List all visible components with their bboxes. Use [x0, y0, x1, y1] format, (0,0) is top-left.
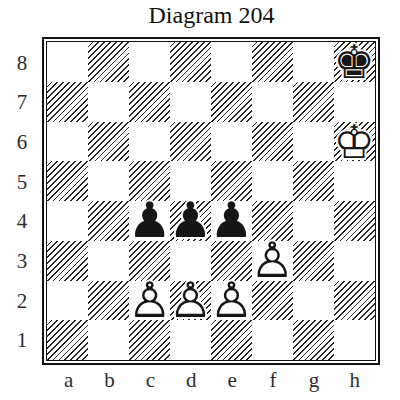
- piece-white-pawn: ♙: [129, 281, 170, 321]
- square-e6: [211, 122, 252, 162]
- rank-label-7: 7: [8, 83, 36, 123]
- square-d2: ♟♙: [170, 281, 211, 321]
- square-h3: [334, 241, 375, 281]
- file-label-d: d: [171, 367, 212, 393]
- square-f2: [252, 281, 293, 321]
- square-h5: [334, 161, 375, 201]
- file-label-c: c: [130, 367, 171, 393]
- square-e8: [211, 42, 252, 82]
- square-c6: [129, 122, 170, 162]
- square-c7: [129, 82, 170, 122]
- page-title: Diagram 204: [42, 2, 381, 29]
- square-h4: [334, 201, 375, 241]
- square-g4: [293, 201, 334, 241]
- square-a4: [47, 201, 88, 241]
- rank-label-6: 6: [8, 123, 36, 163]
- square-d1: [170, 320, 211, 360]
- square-b6: [88, 122, 129, 162]
- square-d4: ♟: [170, 201, 211, 241]
- board-frame: ♚♚♔♟♟♟♟♙♟♙♟♙♟♙: [42, 37, 380, 365]
- piece-black-king: ♚: [334, 42, 375, 82]
- square-e3: [211, 241, 252, 281]
- square-b1: [88, 320, 129, 360]
- square-b8: [88, 42, 129, 82]
- file-label-h: h: [334, 367, 375, 393]
- file-label-e: e: [212, 367, 253, 393]
- piece-white-pawn: ♙: [252, 241, 293, 281]
- square-c8: [129, 42, 170, 82]
- square-a1: [47, 320, 88, 360]
- rank-label-2: 2: [8, 281, 36, 321]
- square-f6: [252, 122, 293, 162]
- square-d6: [170, 122, 211, 162]
- square-c2: ♟♙: [129, 281, 170, 321]
- piece-white-king-fill: ♚: [334, 122, 375, 162]
- square-g1: [293, 320, 334, 360]
- square-e4: ♟: [211, 201, 252, 241]
- square-h1: [334, 320, 375, 360]
- file-label-a: a: [48, 367, 89, 393]
- square-b4: [88, 201, 129, 241]
- square-b3: [88, 241, 129, 281]
- rank-label-1: 1: [8, 321, 36, 361]
- board-inner-border: ♚♚♔♟♟♟♟♙♟♙♟♙♟♙: [46, 41, 375, 361]
- square-c4: ♟: [129, 201, 170, 241]
- piece-white-pawn-fill: ♟: [170, 281, 211, 321]
- file-labels: abcdefgh: [48, 367, 375, 393]
- square-g6: [293, 122, 334, 162]
- square-a6: [47, 122, 88, 162]
- chess-board: ♚♚♔♟♟♟♟♙♟♙♟♙♟♙: [47, 42, 374, 360]
- square-e1: [211, 320, 252, 360]
- square-c3: [129, 241, 170, 281]
- square-f4: [252, 201, 293, 241]
- piece-black-pawn: ♟: [129, 201, 170, 241]
- rank-label-5: 5: [8, 162, 36, 202]
- square-h2: [334, 281, 375, 321]
- square-g7: [293, 82, 334, 122]
- square-e2: ♟♙: [211, 281, 252, 321]
- square-b5: [88, 161, 129, 201]
- piece-white-pawn: ♙: [170, 281, 211, 321]
- square-h8: ♚: [334, 42, 375, 82]
- square-d5: [170, 161, 211, 201]
- square-f5: [252, 161, 293, 201]
- piece-black-pawn: ♟: [170, 201, 211, 241]
- square-a3: [47, 241, 88, 281]
- file-label-f: f: [253, 367, 294, 393]
- square-c5: [129, 161, 170, 201]
- square-f3: ♟♙: [252, 241, 293, 281]
- piece-white-pawn-fill: ♟: [252, 241, 293, 281]
- square-g8: [293, 42, 334, 82]
- square-a8: [47, 42, 88, 82]
- square-g5: [293, 161, 334, 201]
- rank-label-3: 3: [8, 242, 36, 282]
- piece-white-king: ♔: [334, 122, 375, 162]
- square-d3: [170, 241, 211, 281]
- square-a7: [47, 82, 88, 122]
- square-h6: ♚♔: [334, 122, 375, 162]
- square-c1: [129, 320, 170, 360]
- square-d8: [170, 42, 211, 82]
- piece-white-pawn-fill: ♟: [129, 281, 170, 321]
- rank-labels: 87654321: [8, 43, 36, 361]
- square-g3: [293, 241, 334, 281]
- file-label-b: b: [89, 367, 130, 393]
- square-a5: [47, 161, 88, 201]
- square-b2: [88, 281, 129, 321]
- square-a2: [47, 281, 88, 321]
- rank-label-8: 8: [8, 43, 36, 83]
- square-e5: [211, 161, 252, 201]
- square-f1: [252, 320, 293, 360]
- piece-black-pawn: ♟: [211, 201, 252, 241]
- rank-label-4: 4: [8, 202, 36, 242]
- square-f7: [252, 82, 293, 122]
- square-f8: [252, 42, 293, 82]
- piece-white-pawn: ♙: [211, 281, 252, 321]
- square-b7: [88, 82, 129, 122]
- square-d7: [170, 82, 211, 122]
- file-label-g: g: [294, 367, 335, 393]
- square-g2: [293, 281, 334, 321]
- square-e7: [211, 82, 252, 122]
- square-h7: [334, 82, 375, 122]
- piece-white-pawn-fill: ♟: [211, 281, 252, 321]
- chess-diagram-page: Diagram 204 87654321 ♚♚♔♟♟♟♟♙♟♙♟♙♟♙ abcd…: [0, 0, 400, 400]
